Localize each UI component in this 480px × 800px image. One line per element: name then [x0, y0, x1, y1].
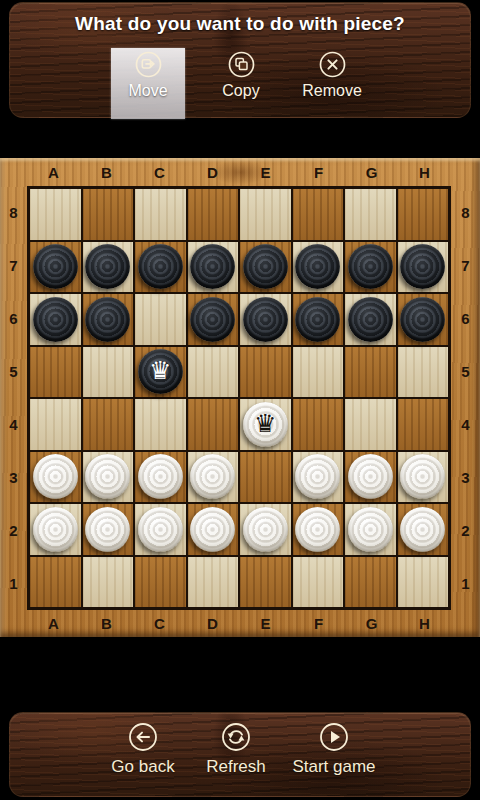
white-man[interactable] [295, 507, 340, 552]
cell-e6[interactable] [239, 293, 292, 346]
black-man[interactable] [348, 244, 393, 289]
remove-x-icon [319, 51, 346, 78]
back-arrow-icon [128, 722, 158, 752]
black-man[interactable] [243, 297, 288, 342]
cell-c2[interactable] [134, 503, 187, 556]
cell-b1[interactable] [82, 556, 135, 609]
rank-label-6: 6 [0, 292, 27, 345]
remove-button-label: Remove [302, 82, 362, 100]
cell-e5[interactable] [239, 346, 292, 399]
cell-g6[interactable] [344, 293, 397, 346]
remove-button[interactable]: Remove [287, 48, 377, 119]
cell-e2[interactable] [239, 503, 292, 556]
file-label-c: C [133, 610, 186, 637]
black-man[interactable] [190, 297, 235, 342]
white-man[interactable] [400, 507, 445, 552]
go-back-label: Go back [111, 757, 174, 777]
rank-label-1: 1 [0, 557, 27, 610]
cell-e4[interactable]: ♛ [239, 398, 292, 451]
white-man[interactable] [243, 507, 288, 552]
file-label-b: B [80, 158, 133, 186]
rank-label-5: 5 [451, 345, 480, 398]
dialog-title: What do you want to do with piece? [10, 13, 470, 35]
rank-label-4: 4 [0, 398, 27, 451]
white-man[interactable] [190, 454, 235, 499]
checkers-board: ABCDEFGH 87654321 87654321 ♛♛ ABCDEFGH [0, 158, 480, 637]
cell-d4[interactable] [187, 398, 240, 451]
cell-b4[interactable] [82, 398, 135, 451]
cell-d8[interactable] [187, 188, 240, 241]
go-back-button[interactable]: Go back [93, 722, 193, 777]
app-screen: What do you want to do with piece? Move … [0, 0, 480, 800]
cell-b6[interactable] [82, 293, 135, 346]
white-man[interactable] [348, 454, 393, 499]
rank-labels-left: 87654321 [0, 186, 27, 610]
cell-f2[interactable] [292, 503, 345, 556]
cell-g2[interactable] [344, 503, 397, 556]
move-button[interactable]: Move [111, 48, 185, 119]
copy-icon [228, 51, 255, 78]
rank-label-7: 7 [451, 239, 480, 292]
cell-f7[interactable] [292, 241, 345, 294]
rank-label-2: 2 [451, 504, 480, 557]
cell-b8[interactable] [82, 188, 135, 241]
cell-h8[interactable] [397, 188, 450, 241]
black-man[interactable] [348, 297, 393, 342]
cell-a3[interactable] [29, 451, 82, 504]
rank-label-8: 8 [0, 186, 27, 239]
white-man[interactable] [138, 454, 183, 499]
white-man[interactable] [85, 454, 130, 499]
black-man[interactable] [33, 244, 78, 289]
cell-c3[interactable] [134, 451, 187, 504]
cell-f6[interactable] [292, 293, 345, 346]
black-man[interactable] [85, 297, 130, 342]
rank-label-3: 3 [451, 451, 480, 504]
file-label-a: A [27, 610, 80, 637]
cell-f8[interactable] [292, 188, 345, 241]
cell-h2[interactable] [397, 503, 450, 556]
file-label-e: E [239, 158, 292, 186]
cell-a5[interactable] [29, 346, 82, 399]
cell-f4[interactable] [292, 398, 345, 451]
black-king[interactable]: ♛ [138, 349, 183, 394]
start-game-button[interactable]: Start game [284, 722, 384, 777]
cell-f3[interactable] [292, 451, 345, 504]
cell-a4[interactable] [29, 398, 82, 451]
cell-g5[interactable] [344, 346, 397, 399]
rank-label-5: 5 [0, 345, 27, 398]
cell-h1[interactable] [397, 556, 450, 609]
black-man[interactable] [295, 297, 340, 342]
black-man[interactable] [295, 244, 340, 289]
rank-label-8: 8 [451, 186, 480, 239]
file-label-c: C [133, 158, 186, 186]
board-grid: ♛♛ [27, 186, 451, 610]
rank-label-2: 2 [0, 504, 27, 557]
black-man[interactable] [400, 244, 445, 289]
king-crown-icon: ♛ [254, 411, 276, 436]
cell-a1[interactable] [29, 556, 82, 609]
file-label-b: B [80, 610, 133, 637]
black-man[interactable] [138, 244, 183, 289]
cell-d3[interactable] [187, 451, 240, 504]
cell-e1[interactable] [239, 556, 292, 609]
cell-f5[interactable] [292, 346, 345, 399]
cell-g4[interactable] [344, 398, 397, 451]
refresh-button[interactable]: Refresh [186, 722, 286, 777]
cell-e8[interactable] [239, 188, 292, 241]
cell-d6[interactable] [187, 293, 240, 346]
white-man[interactable] [85, 507, 130, 552]
refresh-icon [221, 722, 251, 752]
cell-c1[interactable] [134, 556, 187, 609]
copy-button[interactable]: Copy [204, 48, 278, 119]
rank-label-1: 1 [451, 557, 480, 610]
cell-d7[interactable] [187, 241, 240, 294]
cell-c5[interactable]: ♛ [134, 346, 187, 399]
file-labels-top: ABCDEFGH [27, 158, 451, 186]
white-man[interactable] [348, 507, 393, 552]
white-man[interactable] [33, 507, 78, 552]
white-man[interactable] [400, 454, 445, 499]
move-out-icon [135, 51, 162, 78]
file-label-e: E [239, 610, 292, 637]
rank-labels-right: 87654321 [451, 186, 480, 610]
file-label-g: G [345, 610, 398, 637]
start-game-label: Start game [292, 757, 375, 777]
refresh-label: Refresh [206, 757, 266, 777]
cell-h3[interactable] [397, 451, 450, 504]
file-label-d: D [186, 610, 239, 637]
cell-a8[interactable] [29, 188, 82, 241]
cell-h5[interactable] [397, 346, 450, 399]
white-king[interactable]: ♛ [243, 402, 288, 447]
cell-g7[interactable] [344, 241, 397, 294]
cell-b5[interactable] [82, 346, 135, 399]
black-man[interactable] [33, 297, 78, 342]
black-man[interactable] [85, 244, 130, 289]
cell-c4[interactable] [134, 398, 187, 451]
black-man[interactable] [400, 297, 445, 342]
cell-c7[interactable] [134, 241, 187, 294]
move-button-label: Move [128, 82, 167, 100]
white-man[interactable] [138, 507, 183, 552]
file-label-h: H [398, 610, 451, 637]
file-label-a: A [27, 158, 80, 186]
file-label-g: G [345, 158, 398, 186]
cell-g1[interactable] [344, 556, 397, 609]
white-man[interactable] [33, 454, 78, 499]
cell-b7[interactable] [82, 241, 135, 294]
cell-h7[interactable] [397, 241, 450, 294]
rank-label-3: 3 [0, 451, 27, 504]
cell-g3[interactable] [344, 451, 397, 504]
play-icon [319, 722, 349, 752]
cell-e7[interactable] [239, 241, 292, 294]
cell-d1[interactable] [187, 556, 240, 609]
cell-h6[interactable] [397, 293, 450, 346]
king-crown-icon: ♛ [149, 358, 171, 383]
cell-e3[interactable] [239, 451, 292, 504]
rank-label-6: 6 [451, 292, 480, 345]
black-man[interactable] [190, 244, 235, 289]
file-label-f: F [292, 158, 345, 186]
cell-g8[interactable] [344, 188, 397, 241]
cell-a2[interactable] [29, 503, 82, 556]
white-man[interactable] [295, 454, 340, 499]
rank-label-4: 4 [451, 398, 480, 451]
rank-label-7: 7 [0, 239, 27, 292]
file-label-d: D [186, 158, 239, 186]
black-man[interactable] [243, 244, 288, 289]
white-man[interactable] [190, 507, 235, 552]
controls-panel: Go back Refresh Start game [9, 712, 471, 797]
cell-b3[interactable] [82, 451, 135, 504]
cell-a7[interactable] [29, 241, 82, 294]
cell-d2[interactable] [187, 503, 240, 556]
cell-h4[interactable] [397, 398, 450, 451]
cell-c8[interactable] [134, 188, 187, 241]
file-labels-bottom: ABCDEFGH [27, 610, 451, 637]
cell-f1[interactable] [292, 556, 345, 609]
cell-a6[interactable] [29, 293, 82, 346]
cell-d5[interactable] [187, 346, 240, 399]
file-label-h: H [398, 158, 451, 186]
copy-button-label: Copy [222, 82, 259, 100]
piece-action-dialog: What do you want to do with piece? Move … [9, 2, 471, 118]
file-label-f: F [292, 610, 345, 637]
cell-b2[interactable] [82, 503, 135, 556]
cell-c6[interactable] [134, 293, 187, 346]
